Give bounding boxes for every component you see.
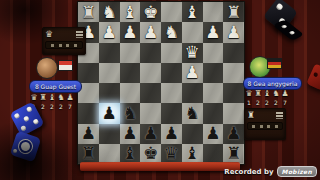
square-d5[interactable] (161, 83, 182, 103)
black-pawn: ♟ (81, 125, 96, 142)
white-pawn: ♟ (185, 64, 200, 81)
square-h6[interactable] (78, 103, 99, 123)
black-pawn: ♟ (205, 125, 220, 142)
right-player-material-tray: ♛ ♜ ♝ ♞ ♟ (245, 90, 289, 98)
knight-icon: ♞ (272, 90, 280, 98)
square-d1[interactable] (161, 2, 182, 22)
recorder-logo-badge: Mobizen (277, 166, 317, 177)
square-e4[interactable] (140, 63, 161, 83)
square-d2[interactable]: ♞ (161, 22, 182, 42)
square-e5[interactable] (140, 83, 161, 103)
left-player-avatar (36, 57, 58, 79)
queen-icon: ♛ (30, 94, 38, 102)
left-player-material-tray: ♛ ♜ ♝ ♞ ♟ (30, 94, 74, 102)
square-a7[interactable]: ♟ (223, 124, 244, 144)
square-e2[interactable]: ♟ (140, 22, 161, 42)
queen-icon: ♛ (245, 90, 253, 98)
black-pawn: ♟ (226, 125, 241, 142)
right-plaque: ♜ (244, 108, 286, 140)
square-g3[interactable] (99, 43, 120, 63)
bishop-icon: ♝ (48, 94, 56, 102)
black-pawn: ♟ (143, 125, 158, 142)
white-pawn: ♟ (143, 24, 158, 41)
white-pawn: ♟ (226, 24, 241, 41)
black-die-side (273, 19, 304, 40)
square-c6[interactable]: ♞ (182, 103, 203, 123)
square-g5[interactable] (99, 83, 120, 103)
square-a8[interactable]: ♜ (223, 144, 244, 164)
square-c8[interactable]: ♝ (182, 144, 203, 164)
red-die-partial (306, 63, 320, 90)
square-c3[interactable]: ♛ (182, 43, 203, 63)
watermark-text: Recorded by (224, 168, 273, 176)
right-player-material-counts: 1 2 2 2 7 (245, 100, 289, 106)
white-knight: ♞ (102, 4, 117, 21)
square-e6[interactable] (140, 103, 161, 123)
black-pawn: ♟ (102, 105, 117, 122)
recording-watermark: Recorded by Mobizen (224, 166, 317, 177)
square-c5[interactable] (182, 83, 203, 103)
square-g7[interactable] (99, 124, 120, 144)
white-pawn: ♟ (205, 24, 220, 41)
square-a2[interactable]: ♟ (223, 22, 244, 42)
square-g1[interactable]: ♞ (99, 2, 120, 22)
white-rook: ♜ (81, 4, 96, 21)
square-h8[interactable]: ♜ (78, 144, 99, 164)
white-knight: ♞ (164, 24, 179, 41)
stack-icon (276, 112, 283, 119)
square-f6[interactable]: ♞ (120, 103, 141, 123)
square-d4[interactable] (161, 63, 182, 83)
black-pawn: ♟ (122, 125, 137, 142)
black-bishop: ♝ (185, 145, 200, 162)
black-queen: ♛ (164, 145, 179, 162)
square-d7[interactable]: ♟ (161, 124, 182, 144)
square-g2[interactable]: ♟ (99, 22, 120, 42)
square-d6[interactable] (161, 103, 182, 123)
square-g4[interactable] (99, 63, 120, 83)
square-a4[interactable] (223, 63, 244, 83)
square-e1[interactable]: ♚ (140, 2, 161, 22)
black-king: ♚ (143, 145, 158, 162)
square-b5[interactable] (203, 83, 224, 103)
square-a1[interactable]: ♜ (223, 2, 244, 22)
black-knight: ♞ (122, 105, 137, 122)
square-b3[interactable] (203, 43, 224, 63)
pawn-icon: ♟ (66, 94, 74, 102)
square-f4[interactable] (120, 63, 141, 83)
square-c1[interactable]: ♝ (182, 2, 203, 22)
square-f3[interactable] (120, 43, 141, 63)
square-b1[interactable] (203, 2, 224, 22)
square-e8[interactable]: ♚ (140, 144, 161, 164)
black-bishop: ♝ (122, 145, 137, 162)
square-e3[interactable] (140, 43, 161, 63)
white-pawn: ♟ (122, 24, 137, 41)
square-g6[interactable]: ♟ (99, 103, 120, 123)
square-b8[interactable] (203, 144, 224, 164)
germany-flag-icon (267, 58, 282, 69)
square-e7[interactable]: ♟ (140, 124, 161, 144)
chess-app-screen: ♜♞♝♚♝♜♟♟♟♟♞♟♟♛♟♟♞♞♟♟♟♟♟♟♜♝♚♛♝♜ 8 Guap Gu… (0, 0, 320, 180)
indonesia-flag-icon (58, 60, 73, 71)
square-g8[interactable] (99, 144, 120, 164)
square-b4[interactable] (203, 63, 224, 83)
white-king: ♚ (143, 4, 158, 21)
square-a3[interactable] (223, 43, 244, 63)
plaque-rook-icon: ♜ (247, 111, 255, 120)
square-h1[interactable]: ♜ (78, 2, 99, 22)
white-queen: ♛ (185, 44, 200, 61)
bishop-icon: ♝ (263, 90, 271, 98)
white-bishop: ♝ (185, 4, 200, 21)
black-rook: ♜ (226, 145, 241, 162)
corner-shadow (0, 120, 80, 180)
white-bishop: ♝ (122, 4, 137, 21)
stack-icon (76, 31, 83, 38)
square-a6[interactable] (223, 103, 244, 123)
square-f2[interactable]: ♟ (120, 22, 141, 42)
square-c2[interactable] (182, 22, 203, 42)
black-knight: ♞ (185, 105, 200, 122)
left-player-name: 8 Guap Guest (29, 80, 82, 93)
square-f1[interactable]: ♝ (120, 2, 141, 22)
square-h4[interactable] (78, 63, 99, 83)
square-b6[interactable] (203, 103, 224, 123)
square-c4[interactable]: ♟ (182, 63, 203, 83)
square-f5[interactable] (120, 83, 141, 103)
square-f8[interactable]: ♝ (120, 144, 141, 164)
rook-icon: ♜ (254, 90, 262, 98)
square-d3[interactable] (161, 43, 182, 63)
black-pawn: ♟ (164, 125, 179, 142)
board-base-tray (80, 162, 240, 171)
square-f7[interactable]: ♟ (120, 124, 141, 144)
plaque-counter-bar (45, 41, 83, 49)
rook-icon: ♜ (39, 94, 47, 102)
white-pawn: ♟ (102, 24, 117, 41)
square-h7[interactable]: ♟ (78, 124, 99, 144)
white-rook: ♜ (226, 4, 241, 21)
square-c7[interactable] (182, 124, 203, 144)
plaque-counter-bar (247, 122, 283, 130)
chess-board: ♜♞♝♚♝♜♟♟♟♟♞♟♟♛♟♟♞♞♟♟♟♟♟♟♜♝♚♛♝♜ (77, 1, 245, 165)
square-d8[interactable]: ♛ (161, 144, 182, 164)
black-rook: ♜ (81, 145, 96, 162)
knight-icon: ♞ (57, 94, 65, 102)
square-b2[interactable]: ♟ (203, 22, 224, 42)
square-b7[interactable]: ♟ (203, 124, 224, 144)
square-a5[interactable] (223, 83, 244, 103)
pawn-icon: ♟ (281, 90, 289, 98)
